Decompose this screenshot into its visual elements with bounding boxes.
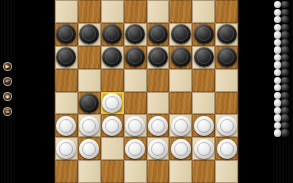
- white-tray-ball: [274, 92, 281, 99]
- white-piece[interactable]: [171, 139, 191, 159]
- black-piece[interactable]: [171, 24, 191, 44]
- board-square[interactable]: [101, 0, 124, 23]
- board-square[interactable]: [215, 69, 238, 92]
- white-tray-ball: [274, 114, 281, 121]
- board-square[interactable]: [101, 137, 124, 160]
- white-piece[interactable]: [79, 116, 99, 136]
- white-tray-ball: [274, 1, 281, 8]
- board-square[interactable]: [124, 69, 147, 92]
- black-piece[interactable]: [171, 47, 191, 67]
- board-square[interactable]: [192, 160, 215, 183]
- white-piece[interactable]: [148, 116, 168, 136]
- board-square[interactable]: [55, 160, 78, 183]
- white-tray-ball: [274, 99, 281, 106]
- board-square[interactable]: [55, 92, 78, 115]
- board-square[interactable]: [124, 160, 147, 183]
- black-tray-ball: [281, 77, 288, 84]
- board-square[interactable]: [78, 160, 101, 183]
- board-square[interactable]: [169, 23, 192, 46]
- white-piece[interactable]: [171, 116, 191, 136]
- board-square[interactable]: [55, 69, 78, 92]
- black-tray-ball: [281, 92, 288, 99]
- board-square[interactable]: [169, 46, 192, 69]
- play-button[interactable]: ▶: [3, 62, 12, 71]
- white-tray-ball: [274, 16, 281, 23]
- board-square[interactable]: [192, 69, 215, 92]
- white-piece[interactable]: [56, 139, 76, 159]
- white-tray-ball: [274, 39, 281, 46]
- board-square[interactable]: [192, 114, 215, 137]
- white-piece[interactable]: [125, 139, 145, 159]
- white-tray-ball: [274, 69, 281, 76]
- board-square[interactable]: [124, 114, 147, 137]
- board-square[interactable]: [169, 0, 192, 23]
- board-square[interactable]: [124, 92, 147, 115]
- board-square[interactable]: [147, 160, 170, 183]
- board-square[interactable]: [124, 23, 147, 46]
- white-piece[interactable]: [102, 116, 122, 136]
- white-tray-ball: [274, 61, 281, 68]
- board-square[interactable]: [215, 137, 238, 160]
- black-tray-ball: [281, 84, 288, 91]
- left-toolbar: ▶↶◉☰: [0, 0, 15, 183]
- board-square[interactable]: [147, 46, 170, 69]
- board-square[interactable]: [169, 114, 192, 137]
- black-piece[interactable]: [148, 24, 168, 44]
- black-tray-ball: [281, 69, 288, 76]
- captured-tray: [272, 0, 293, 183]
- board-square[interactable]: [55, 23, 78, 46]
- board-square[interactable]: [215, 0, 238, 23]
- board-square[interactable]: [78, 114, 101, 137]
- black-tray-ball: [281, 39, 288, 46]
- checkers-app: ▶↶◉☰: [0, 0, 293, 183]
- board-square[interactable]: [192, 137, 215, 160]
- board-square[interactable]: [78, 46, 101, 69]
- black-piece[interactable]: [79, 93, 99, 113]
- board-square[interactable]: [169, 69, 192, 92]
- white-piece[interactable]: [217, 116, 237, 136]
- black-tray-ball: [281, 24, 288, 31]
- black-tray-ball: [281, 16, 288, 23]
- black-piece[interactable]: [148, 47, 168, 67]
- black-piece[interactable]: [56, 47, 76, 67]
- board-square[interactable]: [215, 160, 238, 183]
- board-square[interactable]: [78, 137, 101, 160]
- black-tray-ball: [281, 99, 288, 106]
- board-square[interactable]: [215, 114, 238, 137]
- board-square[interactable]: [78, 92, 101, 115]
- black-piece[interactable]: [56, 24, 76, 44]
- board-square[interactable]: [147, 114, 170, 137]
- board-square[interactable]: [169, 92, 192, 115]
- white-tray-ball: [274, 46, 281, 53]
- white-piece[interactable]: [102, 93, 122, 113]
- board-square[interactable]: [192, 46, 215, 69]
- board-square[interactable]: [78, 69, 101, 92]
- board-square[interactable]: [147, 23, 170, 46]
- black-piece[interactable]: [79, 24, 99, 44]
- white-piece[interactable]: [148, 139, 168, 159]
- board-square[interactable]: [215, 23, 238, 46]
- board-square[interactable]: [55, 137, 78, 160]
- white-tray-ball: [274, 129, 281, 136]
- black-tray-ball: [281, 9, 288, 16]
- black-tray-ball: [281, 31, 288, 38]
- black-tray-ball: [281, 46, 288, 53]
- board-square[interactable]: [55, 114, 78, 137]
- white-tray-ball: [274, 31, 281, 38]
- white-piece[interactable]: [56, 116, 76, 136]
- undo-button[interactable]: ↶: [3, 77, 12, 86]
- white-tray-ball: [274, 24, 281, 31]
- board-square[interactable]: [192, 23, 215, 46]
- board-square[interactable]: [192, 0, 215, 23]
- black-tray-ball: [281, 122, 288, 129]
- black-tray-ball: [281, 114, 288, 121]
- black-tray-ball: [281, 107, 288, 114]
- board-square[interactable]: [215, 46, 238, 69]
- board-square[interactable]: [101, 92, 124, 115]
- white-piece[interactable]: [125, 116, 145, 136]
- black-piece[interactable]: [102, 47, 122, 67]
- white-tray-ball: [274, 54, 281, 61]
- black-piece[interactable]: [194, 47, 214, 67]
- board-square[interactable]: [55, 46, 78, 69]
- black-tray-ball: [281, 61, 288, 68]
- board-square[interactable]: [124, 0, 147, 23]
- black-tray-ball: [281, 54, 288, 61]
- white-tray-ball: [274, 107, 281, 114]
- board-square[interactable]: [101, 114, 124, 137]
- board: [55, 0, 238, 183]
- white-piece[interactable]: [194, 139, 214, 159]
- board-square[interactable]: [124, 137, 147, 160]
- menu-button[interactable]: ☰: [3, 107, 12, 116]
- black-piece[interactable]: [194, 24, 214, 44]
- black-piece[interactable]: [125, 47, 145, 67]
- board-square[interactable]: [55, 0, 78, 23]
- board-square[interactable]: [147, 69, 170, 92]
- board-square[interactable]: [147, 0, 170, 23]
- board-square[interactable]: [101, 46, 124, 69]
- board-square[interactable]: [78, 0, 101, 23]
- white-piece[interactable]: [194, 116, 214, 136]
- white-piece[interactable]: [79, 139, 99, 159]
- board-square[interactable]: [147, 137, 170, 160]
- black-piece[interactable]: [217, 24, 237, 44]
- black-piece[interactable]: [217, 47, 237, 67]
- white-tray-ball: [274, 77, 281, 84]
- board-square[interactable]: [147, 92, 170, 115]
- hint-button[interactable]: ◉: [3, 92, 12, 101]
- white-piece[interactable]: [217, 139, 237, 159]
- board-square[interactable]: [101, 23, 124, 46]
- board-square[interactable]: [101, 160, 124, 183]
- board-square[interactable]: [101, 69, 124, 92]
- white-tray-ball: [274, 122, 281, 129]
- board-square[interactable]: [169, 137, 192, 160]
- black-tray-ball: [281, 1, 288, 8]
- board-square[interactable]: [169, 160, 192, 183]
- board-square[interactable]: [78, 23, 101, 46]
- black-tray-ball: [281, 129, 288, 136]
- black-piece[interactable]: [102, 24, 122, 44]
- board-square[interactable]: [215, 92, 238, 115]
- board-square[interactable]: [192, 92, 215, 115]
- white-tray-ball: [274, 9, 281, 16]
- white-tray-ball: [274, 84, 281, 91]
- board-square[interactable]: [124, 46, 147, 69]
- black-piece[interactable]: [125, 24, 145, 44]
